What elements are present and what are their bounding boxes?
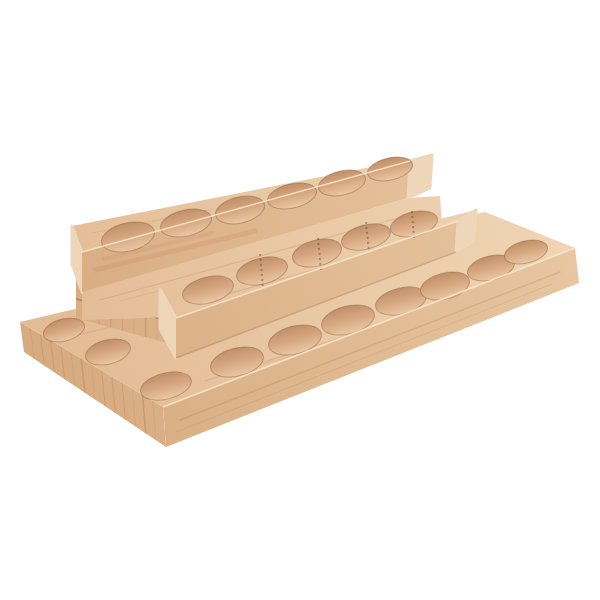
product-photo	[0, 0, 600, 600]
wooden-tiered-rack-illustration	[0, 0, 600, 600]
